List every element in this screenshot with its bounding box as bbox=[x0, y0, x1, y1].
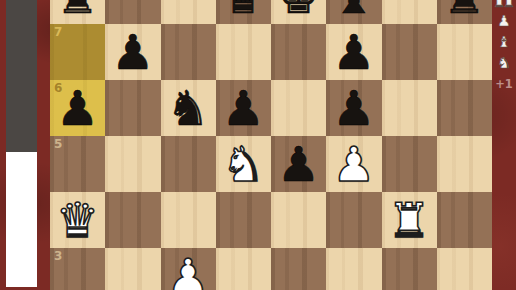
square-d6[interactable]: ♟ bbox=[216, 80, 271, 136]
square-c5[interactable] bbox=[161, 136, 216, 192]
square-d5[interactable]: ♞ bbox=[216, 136, 271, 192]
white-rook-g4[interactable]: ♜ bbox=[382, 192, 437, 248]
captured-rook-icon: ♜ bbox=[503, 0, 515, 11]
square-b7[interactable]: ♟ bbox=[105, 24, 160, 80]
eval-bar bbox=[6, 0, 37, 287]
square-a4[interactable]: ♛ bbox=[50, 192, 105, 248]
captured-bishop-icon: ♝ bbox=[497, 32, 510, 53]
square-c8[interactable] bbox=[161, 0, 216, 24]
square-h6[interactable] bbox=[437, 80, 492, 136]
square-h3[interactable] bbox=[437, 248, 492, 290]
square-f6[interactable]: ♟ bbox=[326, 80, 381, 136]
black-bishop-f8[interactable]: ♝ bbox=[326, 0, 381, 24]
captured-knight-icon: ♞ bbox=[497, 53, 510, 74]
white-knight-d5[interactable]: ♞ bbox=[216, 136, 271, 192]
black-pawn-a6[interactable]: ♟ bbox=[50, 80, 105, 136]
square-c6[interactable]: ♞ bbox=[161, 80, 216, 136]
square-b5[interactable] bbox=[105, 136, 160, 192]
eval-bar-black-section bbox=[6, 0, 37, 152]
rank-label-3: 3 bbox=[54, 250, 62, 262]
square-g3[interactable] bbox=[382, 248, 437, 290]
black-knight-c6[interactable]: ♞ bbox=[161, 80, 216, 136]
square-b3[interactable] bbox=[105, 248, 160, 290]
app-window: ♜♛♚♝♜7♟♟6♟♞♟♟5♞♟♟♛♜3♟ ♜♜♟♝♞ +1 bbox=[0, 0, 516, 290]
black-pawn-b7[interactable]: ♟ bbox=[105, 24, 160, 80]
captured-row: ♟ bbox=[497, 11, 510, 32]
eval-bar-white-section bbox=[6, 152, 37, 287]
square-b6[interactable] bbox=[105, 80, 160, 136]
square-e6[interactable] bbox=[271, 80, 326, 136]
white-pawn-c3[interactable]: ♟ bbox=[161, 248, 216, 290]
square-c7[interactable] bbox=[161, 24, 216, 80]
square-c3[interactable]: ♟ bbox=[161, 248, 216, 290]
square-a6[interactable]: 6♟ bbox=[50, 80, 105, 136]
black-queen-d8[interactable]: ♛ bbox=[216, 0, 271, 24]
square-h7[interactable] bbox=[437, 24, 492, 80]
captured-icons: ♜♜♟♝♞ bbox=[494, 0, 513, 74]
square-a5[interactable]: 5 bbox=[50, 136, 105, 192]
square-e8[interactable]: ♚ bbox=[271, 0, 326, 24]
captured-row: ♝ bbox=[497, 32, 510, 53]
material-advantage: +1 bbox=[495, 77, 513, 91]
square-a3[interactable]: 3 bbox=[50, 248, 105, 290]
square-f8[interactable]: ♝ bbox=[326, 0, 381, 24]
square-f7[interactable]: ♟ bbox=[326, 24, 381, 80]
rank-label-7: 7 bbox=[54, 26, 62, 38]
square-a8[interactable]: ♜ bbox=[50, 0, 105, 24]
white-pawn-f5[interactable]: ♟ bbox=[326, 136, 381, 192]
square-h5[interactable] bbox=[437, 136, 492, 192]
square-a7[interactable]: 7 bbox=[50, 24, 105, 80]
white-queen-a4[interactable]: ♛ bbox=[50, 192, 105, 248]
square-e3[interactable] bbox=[271, 248, 326, 290]
square-c4[interactable] bbox=[161, 192, 216, 248]
square-e4[interactable] bbox=[271, 192, 326, 248]
black-rook-a8[interactable]: ♜ bbox=[50, 0, 105, 24]
square-g5[interactable] bbox=[382, 136, 437, 192]
square-f3[interactable] bbox=[326, 248, 381, 290]
captured-row: ♜♜ bbox=[494, 0, 513, 11]
square-d3[interactable] bbox=[216, 248, 271, 290]
black-rook-h8[interactable]: ♜ bbox=[437, 0, 492, 24]
square-f5[interactable]: ♟ bbox=[326, 136, 381, 192]
square-e7[interactable] bbox=[271, 24, 326, 80]
square-d8[interactable]: ♛ bbox=[216, 0, 271, 24]
square-h8[interactable]: ♜ bbox=[437, 0, 492, 24]
captured-material-tray: ♜♜♟♝♞ +1 bbox=[492, 0, 516, 290]
square-g4[interactable]: ♜ bbox=[382, 192, 437, 248]
captured-pawn-icon: ♟ bbox=[497, 11, 510, 32]
square-g6[interactable] bbox=[382, 80, 437, 136]
square-g7[interactable] bbox=[382, 24, 437, 80]
black-pawn-f7[interactable]: ♟ bbox=[326, 24, 381, 80]
rank-label-5: 5 bbox=[54, 138, 62, 150]
square-g8[interactable] bbox=[382, 0, 437, 24]
black-pawn-f6[interactable]: ♟ bbox=[326, 80, 381, 136]
square-e5[interactable]: ♟ bbox=[271, 136, 326, 192]
black-king-e8[interactable]: ♚ bbox=[271, 0, 326, 24]
square-d7[interactable] bbox=[216, 24, 271, 80]
square-b8[interactable] bbox=[105, 0, 160, 24]
captured-row: ♞ bbox=[497, 53, 510, 74]
board: ♜♛♚♝♜7♟♟6♟♞♟♟5♞♟♟♛♜3♟ bbox=[50, 0, 492, 290]
square-b4[interactable] bbox=[105, 192, 160, 248]
black-pawn-e5[interactable]: ♟ bbox=[271, 136, 326, 192]
black-pawn-d6[interactable]: ♟ bbox=[216, 80, 271, 136]
square-h4[interactable] bbox=[437, 192, 492, 248]
square-d4[interactable] bbox=[216, 192, 271, 248]
square-f4[interactable] bbox=[326, 192, 381, 248]
